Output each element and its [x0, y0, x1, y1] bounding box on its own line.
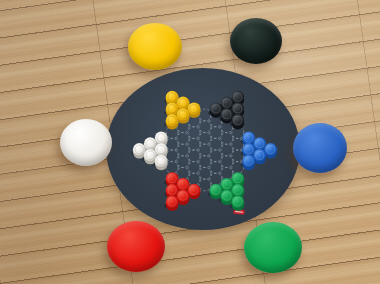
board-hole [177, 144, 189, 156]
board-hole [199, 121, 211, 133]
board-hole [232, 138, 244, 150]
board-hole [188, 127, 200, 139]
piece-green[interactable] [208, 184, 223, 199]
board-hole [188, 173, 200, 185]
seat-cushion-yellow [128, 23, 182, 70]
board-hole [199, 109, 211, 121]
board-hole [199, 132, 211, 144]
piece-blue[interactable] [241, 155, 256, 170]
board-hole [188, 150, 200, 162]
photo-scene [0, 0, 380, 284]
board-hole [199, 167, 211, 179]
board-hole [166, 161, 178, 173]
seat-cushion-black [230, 18, 282, 64]
board-hole [177, 132, 189, 144]
board-hole [166, 138, 178, 150]
board-hole [210, 127, 222, 139]
seat-cushion-red [107, 221, 165, 272]
piece-red[interactable] [164, 195, 179, 210]
board-hole [199, 179, 211, 191]
board-hole [188, 161, 200, 173]
board-hole [232, 161, 244, 173]
board-hole [210, 161, 222, 173]
board-hole [210, 138, 222, 150]
seat-cushion-blue [293, 123, 347, 173]
board-hole [177, 167, 189, 179]
piece-white[interactable] [131, 143, 146, 158]
board-hole [199, 156, 211, 168]
board-hole [166, 150, 178, 162]
board-hole [177, 156, 189, 168]
seat-cushion-white [60, 119, 112, 166]
board-hole [210, 173, 222, 185]
board-hole [221, 156, 233, 168]
seat-cushion-green [244, 222, 302, 273]
piece-yellow[interactable] [164, 114, 179, 129]
piece-black[interactable] [208, 102, 223, 117]
board-hole [221, 132, 233, 144]
board-hole [188, 138, 200, 150]
board-hole [221, 144, 233, 156]
board-hole [199, 144, 211, 156]
board-hole [221, 167, 233, 179]
board-hole [232, 150, 244, 162]
board-hole [210, 150, 222, 162]
